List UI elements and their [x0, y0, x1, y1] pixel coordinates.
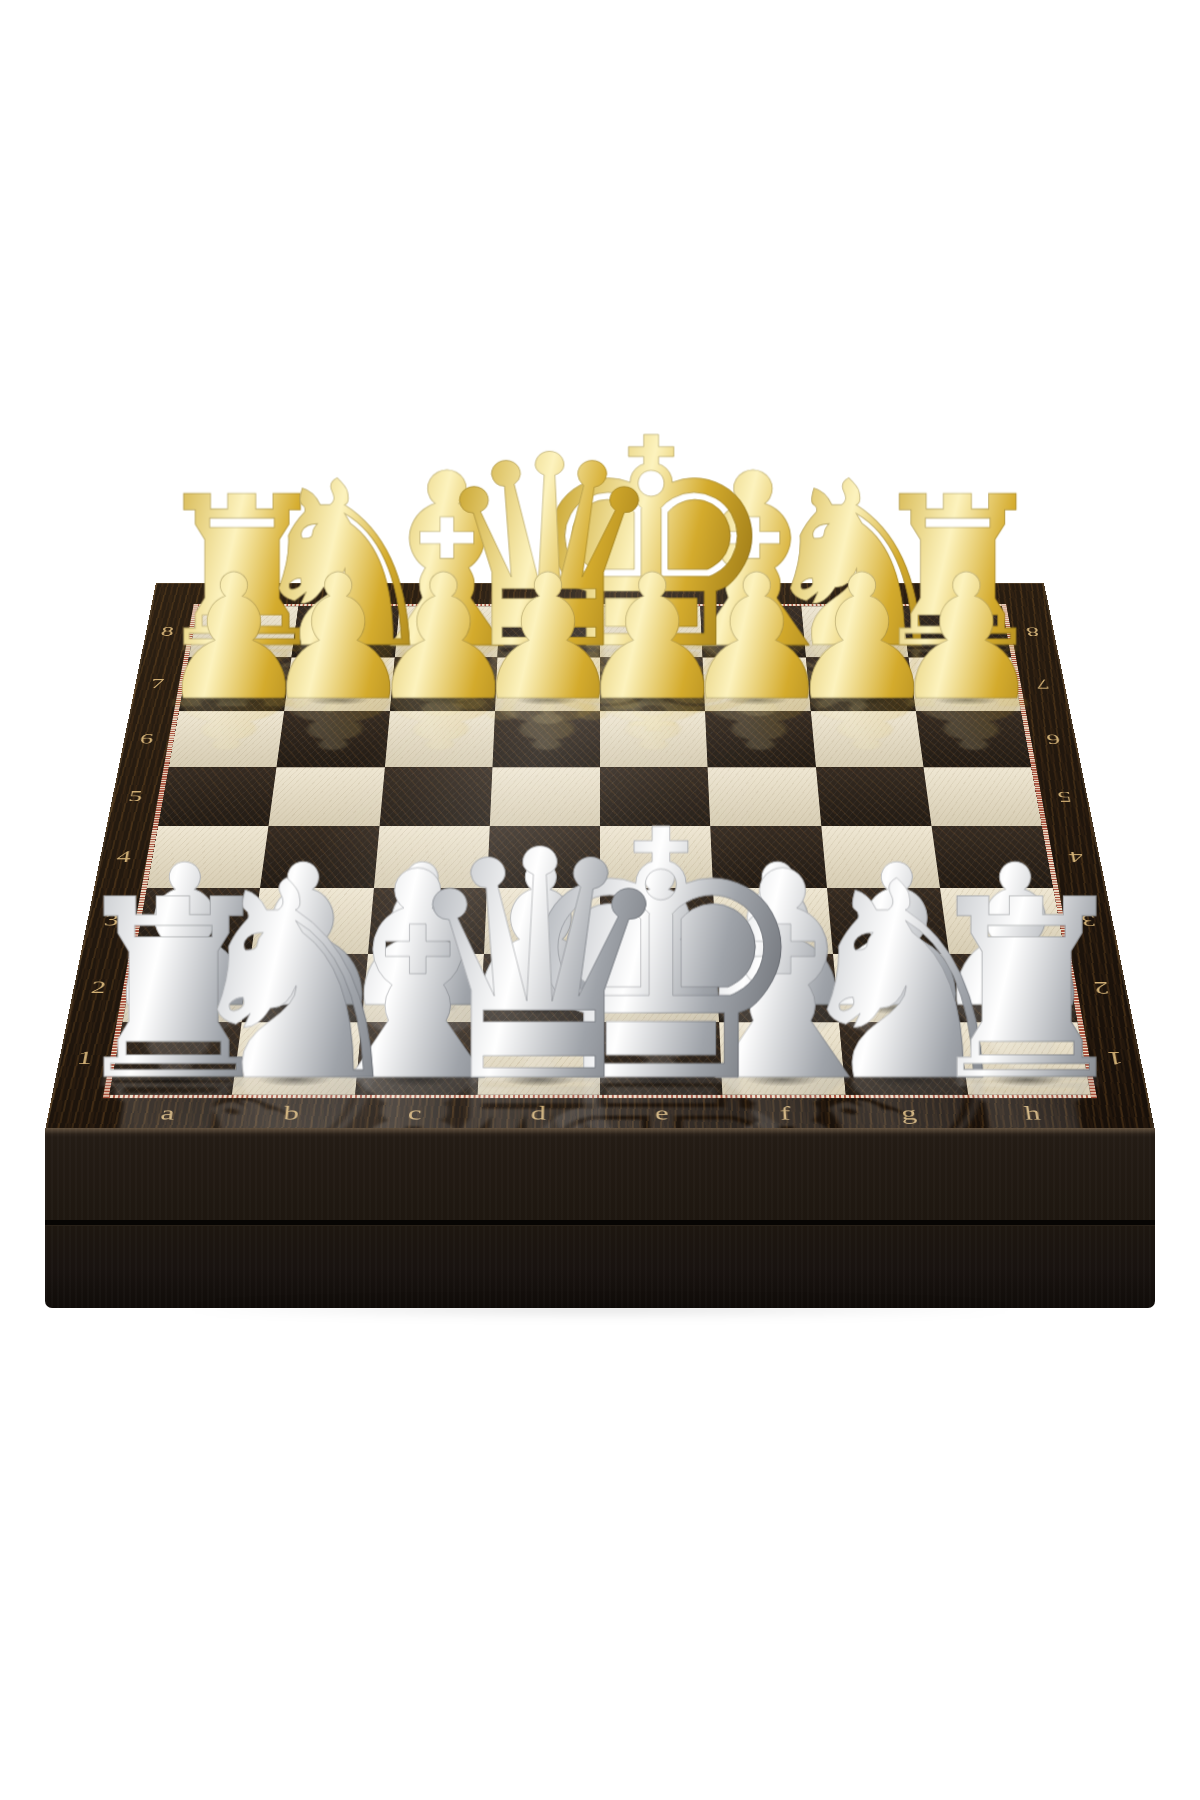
- box-lid-seam: [45, 1220, 1155, 1226]
- chess-board: ♜♜♞♞♝♝♛♛♚♚♝♝♞♞♜♜♟♟♟♟♟♟♟♟♟♟♟♟♟♟♟♟♟♟♟♟♟♟♟♟…: [45, 583, 1155, 1130]
- square-h1: ♜♜: [958, 1022, 1091, 1095]
- product-photo: ♜♜♞♞♝♝♛♛♚♚♝♝♞♞♜♜♟♟♟♟♟♟♟♟♟♟♟♟♟♟♟♟♟♟♟♟♟♟♟♟…: [0, 0, 1200, 1800]
- square-a5: [158, 767, 276, 826]
- square-h5: [923, 767, 1041, 826]
- rank-label-right-5: 5: [1036, 767, 1093, 826]
- square-d1: ♛♛: [477, 1022, 600, 1095]
- square-h7: ♟♟: [908, 658, 1021, 712]
- box-lid-bevel: [45, 1128, 1155, 1134]
- ground-shadow: [60, 1298, 1140, 1318]
- gold-pawn-reflection: ♟: [778, 687, 1167, 758]
- box-front: [45, 1128, 1155, 1308]
- rank-label-left-5: 5: [107, 767, 164, 826]
- board-grid: ♜♜♞♞♝♝♛♛♚♚♝♝♞♞♜♜♟♟♟♟♟♟♟♟♟♟♟♟♟♟♟♟♟♟♟♟♟♟♟♟…: [109, 606, 1090, 1094]
